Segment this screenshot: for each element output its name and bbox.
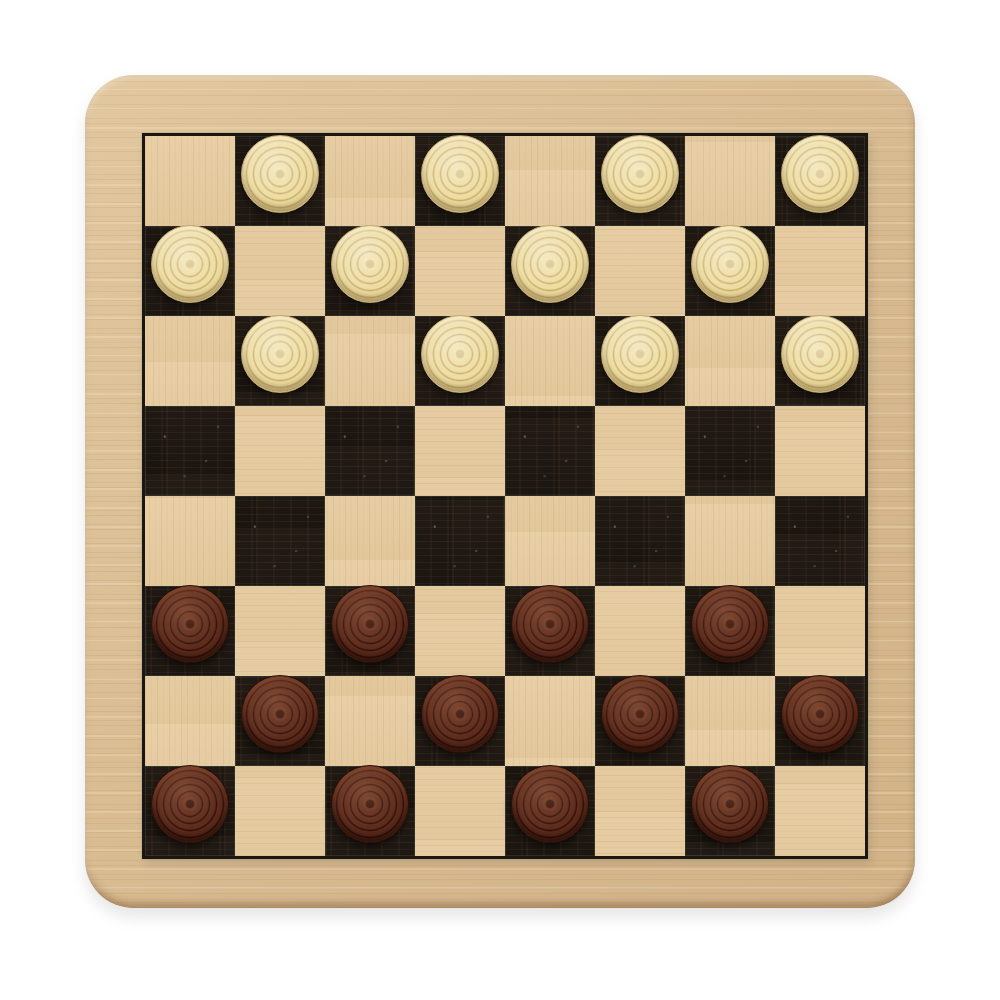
square-r4c5[interactable] bbox=[505, 406, 595, 496]
square-r4c4 bbox=[415, 406, 505, 496]
square-r3c4[interactable]: ⛀ bbox=[415, 316, 505, 406]
square-r5c8[interactable] bbox=[775, 496, 865, 586]
square-r1c6[interactable]: ⛀ bbox=[595, 136, 685, 226]
dark-man[interactable]: ⛂ bbox=[601, 675, 679, 753]
dark-man-glyph: ⛂ bbox=[332, 766, 333, 767]
light-man-glyph: ⛀ bbox=[152, 226, 153, 227]
light-man[interactable]: ⛀ bbox=[241, 315, 319, 393]
square-r6c1[interactable]: ⛂ bbox=[145, 586, 235, 676]
light-man-glyph: ⛀ bbox=[422, 136, 423, 137]
light-man[interactable]: ⛀ bbox=[601, 135, 679, 213]
square-r5c2[interactable] bbox=[235, 496, 325, 586]
square-r1c2[interactable]: ⛀ bbox=[235, 136, 325, 226]
light-man[interactable]: ⛀ bbox=[601, 315, 679, 393]
square-r2c6 bbox=[595, 226, 685, 316]
square-r6c5[interactable]: ⛂ bbox=[505, 586, 595, 676]
dark-man[interactable]: ⛂ bbox=[511, 585, 589, 663]
square-r4c1[interactable] bbox=[145, 406, 235, 496]
dark-man-glyph: ⛂ bbox=[152, 766, 153, 767]
square-r6c6 bbox=[595, 586, 685, 676]
dark-man[interactable]: ⛂ bbox=[151, 765, 229, 843]
square-r1c5 bbox=[505, 136, 595, 226]
dark-man[interactable]: ⛂ bbox=[331, 585, 409, 663]
square-r6c7[interactable]: ⛂ bbox=[685, 586, 775, 676]
square-r5c7 bbox=[685, 496, 775, 586]
square-r7c4[interactable]: ⛂ bbox=[415, 676, 505, 766]
dark-man-glyph: ⛂ bbox=[782, 676, 783, 677]
square-r3c7 bbox=[685, 316, 775, 406]
square-r4c3[interactable] bbox=[325, 406, 415, 496]
square-r8c7[interactable]: ⛂ bbox=[685, 766, 775, 856]
square-r8c2 bbox=[235, 766, 325, 856]
light-man-glyph: ⛀ bbox=[242, 136, 243, 137]
square-r7c1 bbox=[145, 676, 235, 766]
dark-man[interactable]: ⛂ bbox=[781, 675, 859, 753]
dark-man-glyph: ⛂ bbox=[422, 676, 423, 677]
square-r4c7[interactable] bbox=[685, 406, 775, 496]
square-r4c8 bbox=[775, 406, 865, 496]
dark-man-glyph: ⛂ bbox=[242, 676, 243, 677]
light-man[interactable]: ⛀ bbox=[421, 135, 499, 213]
dark-man-glyph: ⛂ bbox=[692, 766, 693, 767]
square-r5c1 bbox=[145, 496, 235, 586]
square-r8c3[interactable]: ⛂ bbox=[325, 766, 415, 856]
square-r8c5[interactable]: ⛂ bbox=[505, 766, 595, 856]
dark-man[interactable]: ⛂ bbox=[331, 765, 409, 843]
light-man[interactable]: ⛀ bbox=[781, 135, 859, 213]
square-r3c6[interactable]: ⛀ bbox=[595, 316, 685, 406]
dark-man-glyph: ⛂ bbox=[512, 586, 513, 587]
dark-man[interactable]: ⛂ bbox=[691, 585, 769, 663]
light-man-glyph: ⛀ bbox=[512, 226, 513, 227]
light-man-glyph: ⛀ bbox=[782, 136, 783, 137]
square-r1c8[interactable]: ⛀ bbox=[775, 136, 865, 226]
square-r2c5[interactable]: ⛀ bbox=[505, 226, 595, 316]
square-r8c8 bbox=[775, 766, 865, 856]
square-r5c5 bbox=[505, 496, 595, 586]
light-man-glyph: ⛀ bbox=[782, 316, 783, 317]
square-r7c6[interactable]: ⛂ bbox=[595, 676, 685, 766]
square-r2c3[interactable]: ⛀ bbox=[325, 226, 415, 316]
square-r7c3 bbox=[325, 676, 415, 766]
square-r6c4 bbox=[415, 586, 505, 676]
board-grid: ⛀⛀⛀⛀⛀⛀⛀⛀⛀⛀⛀⛀⛂⛂⛂⛂⛂⛂⛂⛂⛂⛂⛂⛂ bbox=[142, 133, 868, 859]
light-man-glyph: ⛀ bbox=[692, 226, 693, 227]
light-man[interactable]: ⛀ bbox=[691, 225, 769, 303]
square-r5c3 bbox=[325, 496, 415, 586]
square-r5c4[interactable] bbox=[415, 496, 505, 586]
dark-man[interactable]: ⛂ bbox=[511, 765, 589, 843]
light-man[interactable]: ⛀ bbox=[781, 315, 859, 393]
light-man[interactable]: ⛀ bbox=[511, 225, 589, 303]
light-man-glyph: ⛀ bbox=[422, 316, 423, 317]
light-man-glyph: ⛀ bbox=[602, 316, 603, 317]
square-r2c7[interactable]: ⛀ bbox=[685, 226, 775, 316]
square-r2c8 bbox=[775, 226, 865, 316]
square-r3c3 bbox=[325, 316, 415, 406]
square-r6c8 bbox=[775, 586, 865, 676]
square-r1c1 bbox=[145, 136, 235, 226]
square-r2c2 bbox=[235, 226, 325, 316]
scene: ⛀⛀⛀⛀⛀⛀⛀⛀⛀⛀⛀⛀⛂⛂⛂⛂⛂⛂⛂⛂⛂⛂⛂⛂ bbox=[0, 0, 1000, 1000]
square-r3c5 bbox=[505, 316, 595, 406]
light-man[interactable]: ⛀ bbox=[151, 225, 229, 303]
light-man-glyph: ⛀ bbox=[332, 226, 333, 227]
square-r5c6[interactable] bbox=[595, 496, 685, 586]
light-man[interactable]: ⛀ bbox=[241, 135, 319, 213]
square-r3c8[interactable]: ⛀ bbox=[775, 316, 865, 406]
square-r8c1[interactable]: ⛂ bbox=[145, 766, 235, 856]
square-r6c2 bbox=[235, 586, 325, 676]
square-r2c4 bbox=[415, 226, 505, 316]
light-man[interactable]: ⛀ bbox=[421, 315, 499, 393]
square-r1c4[interactable]: ⛀ bbox=[415, 136, 505, 226]
dark-man-glyph: ⛂ bbox=[602, 676, 603, 677]
square-r7c8[interactable]: ⛂ bbox=[775, 676, 865, 766]
square-r1c3 bbox=[325, 136, 415, 226]
square-r8c4 bbox=[415, 766, 505, 856]
square-r7c2[interactable]: ⛂ bbox=[235, 676, 325, 766]
dark-man[interactable]: ⛂ bbox=[151, 585, 229, 663]
square-r7c7 bbox=[685, 676, 775, 766]
dark-man[interactable]: ⛂ bbox=[691, 765, 769, 843]
square-r7c5 bbox=[505, 676, 595, 766]
square-r2c1[interactable]: ⛀ bbox=[145, 226, 235, 316]
square-r4c2 bbox=[235, 406, 325, 496]
dark-man-glyph: ⛂ bbox=[692, 586, 693, 587]
dark-man-glyph: ⛂ bbox=[152, 586, 153, 587]
dark-man[interactable]: ⛂ bbox=[421, 675, 499, 753]
square-r6c3[interactable]: ⛂ bbox=[325, 586, 415, 676]
square-r4c6 bbox=[595, 406, 685, 496]
square-r1c7 bbox=[685, 136, 775, 226]
light-man[interactable]: ⛀ bbox=[331, 225, 409, 303]
light-man-glyph: ⛀ bbox=[602, 136, 603, 137]
dark-man-glyph: ⛂ bbox=[332, 586, 333, 587]
square-r8c6 bbox=[595, 766, 685, 856]
square-r3c1 bbox=[145, 316, 235, 406]
checkers-board: ⛀⛀⛀⛀⛀⛀⛀⛀⛀⛀⛀⛀⛂⛂⛂⛂⛂⛂⛂⛂⛂⛂⛂⛂ bbox=[85, 75, 915, 908]
light-man-glyph: ⛀ bbox=[242, 316, 243, 317]
square-r3c2[interactable]: ⛀ bbox=[235, 316, 325, 406]
dark-man[interactable]: ⛂ bbox=[241, 675, 319, 753]
dark-man-glyph: ⛂ bbox=[512, 766, 513, 767]
